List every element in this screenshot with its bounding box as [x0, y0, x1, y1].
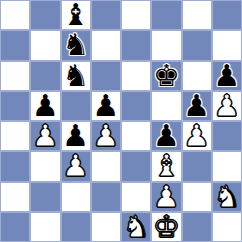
square-c6[interactable]: ♞	[61, 61, 91, 91]
square-c3[interactable]: ♟	[61, 151, 91, 181]
black-pawn: ♟	[213, 61, 240, 91]
square-a6[interactable]	[0, 61, 30, 91]
square-e1[interactable]: ♞	[121, 212, 151, 242]
square-d6[interactable]	[91, 61, 121, 91]
square-a7[interactable]	[0, 30, 30, 60]
square-f6[interactable]: ♚	[151, 61, 181, 91]
square-g3[interactable]	[182, 151, 212, 181]
square-a8[interactable]	[0, 0, 30, 30]
white-pawn: ♟	[62, 151, 89, 181]
square-c2[interactable]	[61, 182, 91, 212]
square-g2[interactable]	[182, 182, 212, 212]
square-e6[interactable]	[121, 61, 151, 91]
square-f7[interactable]	[151, 30, 181, 60]
black-pawn: ♟	[32, 91, 59, 121]
square-h2[interactable]: ♞	[212, 182, 242, 212]
square-f3[interactable]: ♝	[151, 151, 181, 181]
square-c5[interactable]	[61, 91, 91, 121]
chess-board: ♝♞♞♚♟♟♟♟♟♟♟♟♟♟♟♝♟♞♞♚	[0, 0, 242, 242]
square-b2[interactable]	[30, 182, 60, 212]
square-c1[interactable]	[61, 212, 91, 242]
square-d1[interactable]	[91, 212, 121, 242]
square-b8[interactable]	[30, 0, 60, 30]
black-knight: ♞	[62, 30, 89, 60]
square-h7[interactable]	[212, 30, 242, 60]
square-d2[interactable]	[91, 182, 121, 212]
white-pawn: ♟	[183, 121, 210, 151]
white-pawn: ♟	[92, 121, 119, 151]
square-g7[interactable]	[182, 30, 212, 60]
square-g8[interactable]	[182, 0, 212, 30]
square-h6[interactable]: ♟	[212, 61, 242, 91]
square-h8[interactable]	[212, 0, 242, 30]
square-d8[interactable]	[91, 0, 121, 30]
square-d3[interactable]	[91, 151, 121, 181]
white-king: ♚	[153, 212, 180, 242]
square-g5[interactable]: ♟	[182, 91, 212, 121]
square-e2[interactable]	[121, 182, 151, 212]
square-e5[interactable]	[121, 91, 151, 121]
square-c4[interactable]: ♟	[61, 121, 91, 151]
white-knight: ♞	[123, 212, 150, 242]
square-h5[interactable]: ♟	[212, 91, 242, 121]
white-pawn: ♟	[213, 91, 240, 121]
white-bishop: ♝	[153, 151, 180, 181]
square-f2[interactable]: ♟	[151, 182, 181, 212]
square-d4[interactable]: ♟	[91, 121, 121, 151]
black-pawn: ♟	[92, 91, 119, 121]
square-b6[interactable]	[30, 61, 60, 91]
square-a4[interactable]	[0, 121, 30, 151]
square-b7[interactable]	[30, 30, 60, 60]
square-c8[interactable]: ♝	[61, 0, 91, 30]
white-pawn: ♟	[32, 121, 59, 151]
black-king: ♚	[153, 61, 180, 91]
square-a1[interactable]	[0, 212, 30, 242]
square-f8[interactable]	[151, 0, 181, 30]
square-b4[interactable]: ♟	[30, 121, 60, 151]
square-f5[interactable]	[151, 91, 181, 121]
square-g6[interactable]	[182, 61, 212, 91]
square-b1[interactable]	[30, 212, 60, 242]
square-g4[interactable]: ♟	[182, 121, 212, 151]
square-f1[interactable]: ♚	[151, 212, 181, 242]
square-e8[interactable]	[121, 0, 151, 30]
black-pawn: ♟	[62, 121, 89, 151]
black-pawn: ♟	[153, 121, 180, 151]
square-g1[interactable]	[182, 212, 212, 242]
square-e7[interactable]	[121, 30, 151, 60]
square-d7[interactable]	[91, 30, 121, 60]
black-knight: ♞	[62, 61, 89, 91]
white-pawn: ♟	[153, 182, 180, 212]
square-h1[interactable]	[212, 212, 242, 242]
black-pawn: ♟	[183, 91, 210, 121]
black-bishop: ♝	[62, 0, 89, 30]
square-d5[interactable]: ♟	[91, 91, 121, 121]
square-c7[interactable]: ♞	[61, 30, 91, 60]
square-f4[interactable]: ♟	[151, 121, 181, 151]
white-knight: ♞	[213, 182, 240, 212]
square-b3[interactable]	[30, 151, 60, 181]
square-a3[interactable]	[0, 151, 30, 181]
square-h4[interactable]	[212, 121, 242, 151]
square-a2[interactable]	[0, 182, 30, 212]
square-h3[interactable]	[212, 151, 242, 181]
square-a5[interactable]	[0, 91, 30, 121]
square-e4[interactable]	[121, 121, 151, 151]
square-b5[interactable]: ♟	[30, 91, 60, 121]
square-e3[interactable]	[121, 151, 151, 181]
